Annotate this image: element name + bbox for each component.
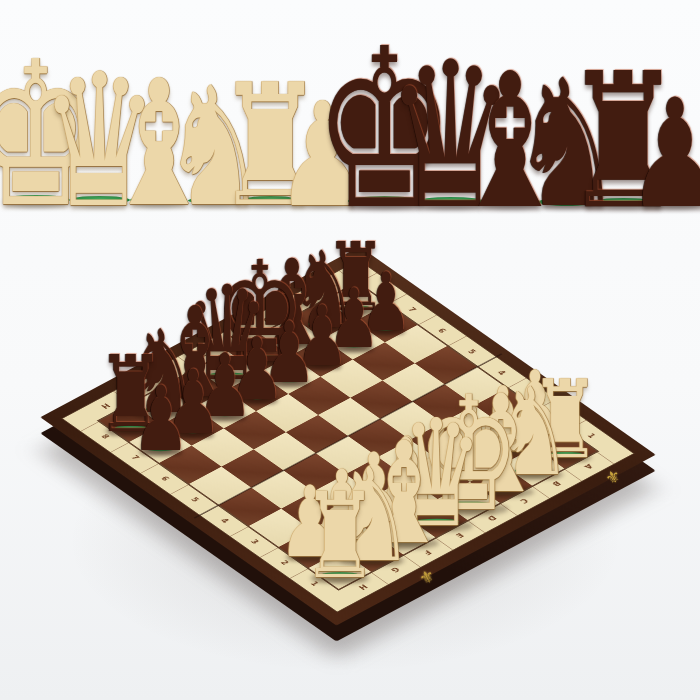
chess-board: 87654321AABBCCDDEEFFGGHH87654321 [40,247,655,626]
board-face: 87654321AABBCCDDEEFFGGHH87654321 [61,260,634,613]
black-pieces-lineup: ♚♛♝♞♜♟ [350,20,700,206]
pawn-piece-icon: ♟ [627,79,700,229]
white-pieces-lineup: ♚♛♝♞♜♟ [0,36,350,204]
lineup-dark-pawn: ♟ [653,79,698,206]
chess-set-photo: ♚♛♝♞♜♟ ♚♛♝♞♜♟ 87654321AABBCCDDEEFFGGHH87… [0,0,700,700]
